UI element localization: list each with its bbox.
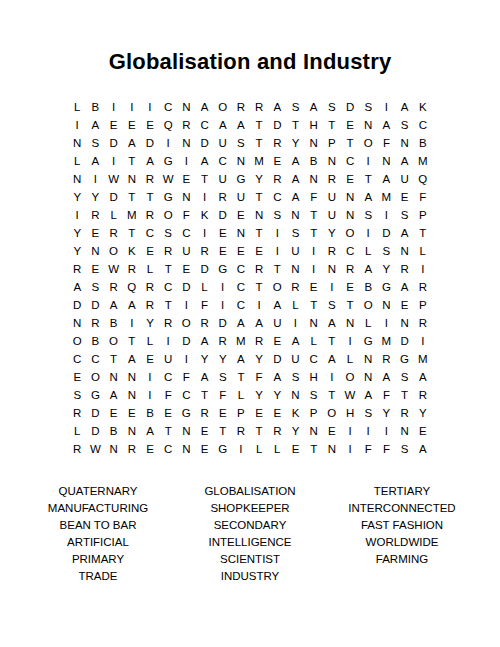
grid-cell-r10c16[interactable]: R — [341, 260, 359, 278]
grid-cell-r19c3[interactable]: B — [105, 422, 123, 440]
grid-cell-r5c5[interactable]: R — [141, 170, 159, 188]
grid-cell-r3c14[interactable]: N — [305, 134, 323, 152]
grid-cell-r2c17[interactable]: N — [359, 116, 377, 134]
grid-cell-r13c19[interactable]: N — [396, 314, 414, 332]
grid-cell-r8c5[interactable]: C — [141, 224, 159, 242]
grid-cell-r4c1[interactable]: L — [68, 152, 86, 170]
grid-cell-r16c7[interactable]: F — [177, 368, 195, 386]
grid-cell-r17c4[interactable]: N — [123, 386, 141, 404]
grid-cell-r13c9[interactable]: D — [214, 314, 232, 332]
grid-cell-r11c14[interactable]: E — [305, 278, 323, 296]
grid-cell-r8c15[interactable]: Y — [323, 224, 341, 242]
grid-cell-r5c14[interactable]: N — [305, 170, 323, 188]
grid-cell-r3c16[interactable]: T — [341, 134, 359, 152]
grid-cell-r17c17[interactable]: A — [359, 386, 377, 404]
grid-cell-r11c11[interactable]: T — [250, 278, 268, 296]
grid-cell-r7c2[interactable]: R — [86, 206, 104, 224]
grid-cell-r4c20[interactable]: M — [414, 152, 432, 170]
grid-cell-r13c10[interactable]: A — [232, 314, 250, 332]
grid-cell-r14c12[interactable]: E — [268, 332, 286, 350]
grid-cell-r18c12[interactable]: E — [268, 404, 286, 422]
grid-cell-r2c12[interactable]: D — [268, 116, 286, 134]
grid-cell-r12c12[interactable]: A — [268, 296, 286, 314]
grid-cell-r2c14[interactable]: H — [305, 116, 323, 134]
grid-cell-r11c10[interactable]: C — [232, 278, 250, 296]
grid-cell-r8c10[interactable]: N — [232, 224, 250, 242]
grid-cell-r10c1[interactable]: R — [68, 260, 86, 278]
grid-cell-r9c10[interactable]: E — [232, 242, 250, 260]
grid-cell-r3c13[interactable]: Y — [286, 134, 304, 152]
grid-cell-r1c19[interactable]: A — [396, 98, 414, 116]
grid-cell-r12c19[interactable]: E — [396, 296, 414, 314]
grid-cell-r9c3[interactable]: O — [105, 242, 123, 260]
grid-cell-r14c14[interactable]: L — [305, 332, 323, 350]
grid-cell-r3c10[interactable]: S — [232, 134, 250, 152]
grid-cell-r8c3[interactable]: R — [105, 224, 123, 242]
grid-cell-r9c11[interactable]: E — [250, 242, 268, 260]
grid-cell-r2c8[interactable]: C — [195, 116, 213, 134]
grid-cell-r15c14[interactable]: C — [305, 350, 323, 368]
grid-cell-r10c17[interactable]: A — [359, 260, 377, 278]
grid-cell-r9c13[interactable]: U — [286, 242, 304, 260]
grid-cell-r15c13[interactable]: U — [286, 350, 304, 368]
grid-cell-r6c17[interactable]: A — [359, 188, 377, 206]
grid-cell-r3c19[interactable]: N — [396, 134, 414, 152]
grid-cell-r20c15[interactable]: N — [323, 440, 341, 458]
grid-cell-r4c2[interactable]: A — [86, 152, 104, 170]
grid-cell-r14c19[interactable]: D — [396, 332, 414, 350]
grid-cell-r16c5[interactable]: I — [141, 368, 159, 386]
grid-cell-r4c8[interactable]: A — [195, 152, 213, 170]
grid-cell-r9c16[interactable]: C — [341, 242, 359, 260]
grid-cell-r7c8[interactable]: K — [195, 206, 213, 224]
grid-cell-r16c8[interactable]: A — [195, 368, 213, 386]
grid-cell-r19c9[interactable]: T — [214, 422, 232, 440]
grid-cell-r1c9[interactable]: O — [214, 98, 232, 116]
grid-cell-r13c5[interactable]: Y — [141, 314, 159, 332]
grid-cell-r9c17[interactable]: L — [359, 242, 377, 260]
grid-cell-r1c11[interactable]: R — [250, 98, 268, 116]
grid-cell-r18c15[interactable]: O — [323, 404, 341, 422]
grid-cell-r3c15[interactable]: P — [323, 134, 341, 152]
grid-cell-r18c11[interactable]: E — [250, 404, 268, 422]
grid-cell-r5c20[interactable]: Q — [414, 170, 432, 188]
grid-cell-r5c10[interactable]: G — [232, 170, 250, 188]
grid-cell-r2c3[interactable]: E — [105, 116, 123, 134]
grid-cell-r12c18[interactable]: N — [377, 296, 395, 314]
grid-cell-r12c2[interactable]: D — [86, 296, 104, 314]
grid-cell-r6c2[interactable]: Y — [86, 188, 104, 206]
grid-cell-r10c2[interactable]: E — [86, 260, 104, 278]
grid-cell-r14c7[interactable]: D — [177, 332, 195, 350]
grid-cell-r19c15[interactable]: E — [323, 422, 341, 440]
grid-cell-r18c14[interactable]: P — [305, 404, 323, 422]
grid-cell-r11c4[interactable]: Q — [123, 278, 141, 296]
grid-cell-r9c7[interactable]: U — [177, 242, 195, 260]
grid-cell-r13c7[interactable]: O — [177, 314, 195, 332]
grid-cell-r18c4[interactable]: E — [123, 404, 141, 422]
grid-cell-r7c19[interactable]: S — [396, 206, 414, 224]
grid-cell-r20c13[interactable]: E — [286, 440, 304, 458]
grid-cell-r16c14[interactable]: H — [305, 368, 323, 386]
grid-cell-r7c14[interactable]: T — [305, 206, 323, 224]
grid-cell-r5c19[interactable]: U — [396, 170, 414, 188]
grid-cell-r12c9[interactable]: I — [214, 296, 232, 314]
grid-cell-r18c3[interactable]: E — [105, 404, 123, 422]
grid-cell-r18c10[interactable]: P — [232, 404, 250, 422]
grid-cell-r20c11[interactable]: L — [250, 440, 268, 458]
grid-cell-r17c15[interactable]: T — [323, 386, 341, 404]
grid-cell-r4c12[interactable]: E — [268, 152, 286, 170]
grid-cell-r20c3[interactable]: N — [105, 440, 123, 458]
grid-cell-r15c9[interactable]: Y — [214, 350, 232, 368]
grid-cell-r2c11[interactable]: T — [250, 116, 268, 134]
grid-cell-r5c11[interactable]: Y — [250, 170, 268, 188]
grid-cell-r1c8[interactable]: A — [195, 98, 213, 116]
grid-cell-r16c19[interactable]: S — [396, 368, 414, 386]
grid-cell-r19c13[interactable]: Y — [286, 422, 304, 440]
grid-cell-r16c17[interactable]: N — [359, 368, 377, 386]
grid-cell-r15c11[interactable]: Y — [250, 350, 268, 368]
grid-cell-r19c16[interactable]: I — [341, 422, 359, 440]
grid-cell-r20c16[interactable]: I — [341, 440, 359, 458]
grid-cell-r17c8[interactable]: T — [195, 386, 213, 404]
grid-cell-r5c1[interactable]: N — [68, 170, 86, 188]
grid-cell-r1c12[interactable]: A — [268, 98, 286, 116]
grid-cell-r11c3[interactable]: R — [105, 278, 123, 296]
grid-cell-r7c4[interactable]: M — [123, 206, 141, 224]
grid-cell-r10c13[interactable]: N — [286, 260, 304, 278]
grid-cell-r19c8[interactable]: E — [195, 422, 213, 440]
grid-cell-r4c7[interactable]: I — [177, 152, 195, 170]
grid-cell-r10c10[interactable]: C — [232, 260, 250, 278]
grid-cell-r9c2[interactable]: N — [86, 242, 104, 260]
grid-cell-r17c20[interactable]: R — [414, 386, 432, 404]
grid-cell-r5c6[interactable]: W — [159, 170, 177, 188]
grid-cell-r11c5[interactable]: R — [141, 278, 159, 296]
grid-cell-r6c11[interactable]: T — [250, 188, 268, 206]
grid-cell-r14c6[interactable]: I — [159, 332, 177, 350]
grid-cell-r12c13[interactable]: L — [286, 296, 304, 314]
grid-cell-r4c19[interactable]: A — [396, 152, 414, 170]
grid-cell-r16c18[interactable]: A — [377, 368, 395, 386]
grid-cell-r19c18[interactable]: I — [377, 422, 395, 440]
grid-cell-r13c14[interactable]: N — [305, 314, 323, 332]
grid-cell-r3c9[interactable]: U — [214, 134, 232, 152]
grid-cell-r6c16[interactable]: N — [341, 188, 359, 206]
grid-cell-r2c16[interactable]: E — [341, 116, 359, 134]
grid-cell-r11c16[interactable]: E — [341, 278, 359, 296]
grid-cell-r2c4[interactable]: E — [123, 116, 141, 134]
grid-cell-r14c10[interactable]: M — [232, 332, 250, 350]
grid-cell-r17c14[interactable]: S — [305, 386, 323, 404]
grid-cell-r8c9[interactable]: E — [214, 224, 232, 242]
grid-cell-r3c17[interactable]: O — [359, 134, 377, 152]
grid-cell-r17c5[interactable]: I — [141, 386, 159, 404]
grid-cell-r10c3[interactable]: W — [105, 260, 123, 278]
grid-cell-r7c12[interactable]: S — [268, 206, 286, 224]
grid-cell-r9c14[interactable]: I — [305, 242, 323, 260]
grid-cell-r10c11[interactable]: R — [250, 260, 268, 278]
grid-cell-r20c18[interactable]: F — [377, 440, 395, 458]
grid-cell-r12c14[interactable]: T — [305, 296, 323, 314]
grid-cell-r18c1[interactable]: R — [68, 404, 86, 422]
grid-cell-r3c20[interactable]: B — [414, 134, 432, 152]
grid-cell-r3c12[interactable]: R — [268, 134, 286, 152]
grid-cell-r10c15[interactable]: N — [323, 260, 341, 278]
grid-cell-r5c18[interactable]: A — [377, 170, 395, 188]
grid-cell-r7c16[interactable]: N — [341, 206, 359, 224]
grid-cell-r13c1[interactable]: N — [68, 314, 86, 332]
grid-cell-r2c20[interactable]: C — [414, 116, 432, 134]
grid-cell-r14c4[interactable]: T — [123, 332, 141, 350]
grid-cell-r18c7[interactable]: G — [177, 404, 195, 422]
grid-cell-r11c18[interactable]: G — [377, 278, 395, 296]
grid-cell-r6c12[interactable]: C — [268, 188, 286, 206]
grid-cell-r16c12[interactable]: A — [268, 368, 286, 386]
grid-cell-r16c1[interactable]: E — [68, 368, 86, 386]
grid-cell-r4c17[interactable]: I — [359, 152, 377, 170]
grid-cell-r7c15[interactable]: U — [323, 206, 341, 224]
grid-cell-r1c16[interactable]: D — [341, 98, 359, 116]
grid-cell-r13c13[interactable]: I — [286, 314, 304, 332]
grid-cell-r10c5[interactable]: L — [141, 260, 159, 278]
grid-cell-r19c17[interactable]: I — [359, 422, 377, 440]
grid-cell-r2c10[interactable]: A — [232, 116, 250, 134]
grid-cell-r7c5[interactable]: R — [141, 206, 159, 224]
grid-cell-r4c18[interactable]: N — [377, 152, 395, 170]
grid-cell-r15c18[interactable]: R — [377, 350, 395, 368]
grid-cell-r16c6[interactable]: C — [159, 368, 177, 386]
grid-cell-r14c15[interactable]: T — [323, 332, 341, 350]
grid-cell-r19c1[interactable]: L — [68, 422, 86, 440]
grid-cell-r6c15[interactable]: U — [323, 188, 341, 206]
grid-cell-r11c20[interactable]: R — [414, 278, 432, 296]
grid-cell-r19c20[interactable]: E — [414, 422, 432, 440]
grid-cell-r5c2[interactable]: I — [86, 170, 104, 188]
grid-cell-r12c16[interactable]: T — [341, 296, 359, 314]
grid-cell-r9c9[interactable]: E — [214, 242, 232, 260]
grid-cell-r4c14[interactable]: B — [305, 152, 323, 170]
grid-cell-r12c7[interactable]: I — [177, 296, 195, 314]
grid-cell-r3c11[interactable]: T — [250, 134, 268, 152]
grid-cell-r13c3[interactable]: B — [105, 314, 123, 332]
grid-cell-r6c14[interactable]: F — [305, 188, 323, 206]
grid-cell-r18c18[interactable]: Y — [377, 404, 395, 422]
grid-cell-r18c17[interactable]: S — [359, 404, 377, 422]
grid-cell-r12c8[interactable]: F — [195, 296, 213, 314]
grid-cell-r17c6[interactable]: F — [159, 386, 177, 404]
grid-cell-r17c11[interactable]: Y — [250, 386, 268, 404]
grid-cell-r20c1[interactable]: R — [68, 440, 86, 458]
grid-cell-r4c13[interactable]: A — [286, 152, 304, 170]
grid-cell-r3c4[interactable]: A — [123, 134, 141, 152]
grid-cell-r13c12[interactable]: U — [268, 314, 286, 332]
grid-cell-r18c6[interactable]: E — [159, 404, 177, 422]
grid-cell-r2c15[interactable]: T — [323, 116, 341, 134]
grid-cell-r5c12[interactable]: R — [268, 170, 286, 188]
grid-cell-r6c7[interactable]: N — [177, 188, 195, 206]
grid-cell-r3c5[interactable]: D — [141, 134, 159, 152]
grid-cell-r18c2[interactable]: D — [86, 404, 104, 422]
grid-cell-r10c18[interactable]: Y — [377, 260, 395, 278]
grid-cell-r19c11[interactable]: T — [250, 422, 268, 440]
grid-cell-r15c16[interactable]: L — [341, 350, 359, 368]
grid-cell-r15c10[interactable]: A — [232, 350, 250, 368]
grid-cell-r8c7[interactable]: C — [177, 224, 195, 242]
grid-cell-r8c18[interactable]: D — [377, 224, 395, 242]
grid-cell-r3c1[interactable]: N — [68, 134, 86, 152]
grid-cell-r8c1[interactable]: Y — [68, 224, 86, 242]
grid-cell-r1c13[interactable]: S — [286, 98, 304, 116]
grid-cell-r20c20[interactable]: A — [414, 440, 432, 458]
grid-cell-r6c8[interactable]: I — [195, 188, 213, 206]
grid-cell-r11c7[interactable]: D — [177, 278, 195, 296]
grid-cell-r5c4[interactable]: N — [123, 170, 141, 188]
grid-cell-r16c3[interactable]: N — [105, 368, 123, 386]
grid-cell-r12c20[interactable]: P — [414, 296, 432, 314]
grid-cell-r14c3[interactable]: O — [105, 332, 123, 350]
grid-cell-r18c16[interactable]: H — [341, 404, 359, 422]
grid-cell-r2c2[interactable]: A — [86, 116, 104, 134]
grid-cell-r17c9[interactable]: F — [214, 386, 232, 404]
grid-cell-r16c16[interactable]: O — [341, 368, 359, 386]
grid-cell-r4c16[interactable]: C — [341, 152, 359, 170]
grid-cell-r19c6[interactable]: T — [159, 422, 177, 440]
grid-cell-r8c6[interactable]: S — [159, 224, 177, 242]
grid-cell-r3c3[interactable]: D — [105, 134, 123, 152]
grid-cell-r20c14[interactable]: T — [305, 440, 323, 458]
grid-cell-r19c10[interactable]: R — [232, 422, 250, 440]
grid-cell-r11c8[interactable]: L — [195, 278, 213, 296]
grid-cell-r1c10[interactable]: R — [232, 98, 250, 116]
grid-cell-r17c10[interactable]: L — [232, 386, 250, 404]
grid-cell-r15c7[interactable]: I — [177, 350, 195, 368]
grid-cell-r17c12[interactable]: Y — [268, 386, 286, 404]
grid-cell-r7c17[interactable]: S — [359, 206, 377, 224]
grid-cell-r10c7[interactable]: E — [177, 260, 195, 278]
grid-cell-r16c20[interactable]: A — [414, 368, 432, 386]
grid-cell-r17c19[interactable]: T — [396, 386, 414, 404]
grid-cell-r5c3[interactable]: W — [105, 170, 123, 188]
grid-cell-r18c19[interactable]: R — [396, 404, 414, 422]
grid-cell-r20c4[interactable]: R — [123, 440, 141, 458]
grid-cell-r8c4[interactable]: T — [123, 224, 141, 242]
grid-cell-r1c15[interactable]: S — [323, 98, 341, 116]
grid-cell-r19c12[interactable]: R — [268, 422, 286, 440]
grid-cell-r15c15[interactable]: A — [323, 350, 341, 368]
grid-cell-r3c8[interactable]: D — [195, 134, 213, 152]
grid-cell-r14c16[interactable]: I — [341, 332, 359, 350]
grid-cell-r11c9[interactable]: I — [214, 278, 232, 296]
grid-cell-r15c17[interactable]: N — [359, 350, 377, 368]
grid-cell-r14c5[interactable]: L — [141, 332, 159, 350]
grid-cell-r4c4[interactable]: T — [123, 152, 141, 170]
grid-cell-r11c17[interactable]: B — [359, 278, 377, 296]
grid-cell-r16c13[interactable]: S — [286, 368, 304, 386]
grid-cell-r17c3[interactable]: A — [105, 386, 123, 404]
grid-cell-r17c16[interactable]: W — [341, 386, 359, 404]
grid-cell-r13c8[interactable]: R — [195, 314, 213, 332]
grid-cell-r1c1[interactable]: L — [68, 98, 86, 116]
grid-cell-r12c3[interactable]: A — [105, 296, 123, 314]
grid-cell-r6c4[interactable]: T — [123, 188, 141, 206]
grid-cell-r7c1[interactable]: I — [68, 206, 86, 224]
grid-cell-r15c12[interactable]: D — [268, 350, 286, 368]
grid-cell-r9c20[interactable]: L — [414, 242, 432, 260]
grid-cell-r8c14[interactable]: T — [305, 224, 323, 242]
grid-cell-r15c6[interactable]: U — [159, 350, 177, 368]
grid-cell-r8c2[interactable]: E — [86, 224, 104, 242]
grid-cell-r11c15[interactable]: I — [323, 278, 341, 296]
grid-cell-r10c6[interactable]: T — [159, 260, 177, 278]
grid-cell-r12c17[interactable]: O — [359, 296, 377, 314]
grid-cell-r6c13[interactable]: A — [286, 188, 304, 206]
grid-cell-r5c8[interactable]: T — [195, 170, 213, 188]
grid-cell-r11c19[interactable]: A — [396, 278, 414, 296]
grid-cell-r17c7[interactable]: C — [177, 386, 195, 404]
grid-cell-r12c11[interactable]: I — [250, 296, 268, 314]
grid-cell-r19c4[interactable]: N — [123, 422, 141, 440]
grid-cell-r10c9[interactable]: G — [214, 260, 232, 278]
grid-cell-r6c1[interactable]: Y — [68, 188, 86, 206]
grid-cell-r11c1[interactable]: A — [68, 278, 86, 296]
grid-cell-r20c6[interactable]: C — [159, 440, 177, 458]
grid-cell-r16c4[interactable]: N — [123, 368, 141, 386]
grid-cell-r1c4[interactable]: I — [123, 98, 141, 116]
grid-cell-r8c16[interactable]: O — [341, 224, 359, 242]
grid-cell-r3c18[interactable]: F — [377, 134, 395, 152]
grid-cell-r16c11[interactable]: F — [250, 368, 268, 386]
grid-cell-r12c1[interactable]: D — [68, 296, 86, 314]
grid-cell-r19c5[interactable]: A — [141, 422, 159, 440]
grid-cell-r14c11[interactable]: R — [250, 332, 268, 350]
grid-cell-r7c3[interactable]: L — [105, 206, 123, 224]
grid-cell-r16c10[interactable]: T — [232, 368, 250, 386]
grid-cell-r7c9[interactable]: D — [214, 206, 232, 224]
grid-cell-r15c19[interactable]: G — [396, 350, 414, 368]
grid-cell-r13c15[interactable]: A — [323, 314, 341, 332]
grid-cell-r1c18[interactable]: I — [377, 98, 395, 116]
grid-cell-r9c15[interactable]: R — [323, 242, 341, 260]
grid-cell-r13c18[interactable]: I — [377, 314, 395, 332]
grid-cell-r9c1[interactable]: Y — [68, 242, 86, 260]
grid-cell-r9c8[interactable]: R — [195, 242, 213, 260]
grid-cell-r9c5[interactable]: E — [141, 242, 159, 260]
grid-cell-r13c2[interactable]: R — [86, 314, 104, 332]
grid-cell-r15c5[interactable]: E — [141, 350, 159, 368]
grid-cell-r11c13[interactable]: R — [286, 278, 304, 296]
grid-cell-r10c12[interactable]: T — [268, 260, 286, 278]
grid-cell-r14c18[interactable]: M — [377, 332, 395, 350]
grid-cell-r8c11[interactable]: T — [250, 224, 268, 242]
grid-cell-r16c2[interactable]: O — [86, 368, 104, 386]
grid-cell-r7c11[interactable]: N — [250, 206, 268, 224]
grid-cell-r2c9[interactable]: A — [214, 116, 232, 134]
grid-cell-r18c5[interactable]: B — [141, 404, 159, 422]
grid-cell-r1c7[interactable]: N — [177, 98, 195, 116]
grid-cell-r10c4[interactable]: R — [123, 260, 141, 278]
grid-cell-r4c6[interactable]: G — [159, 152, 177, 170]
grid-cell-r8c17[interactable]: I — [359, 224, 377, 242]
grid-cell-r9c12[interactable]: I — [268, 242, 286, 260]
grid-cell-r6c3[interactable]: D — [105, 188, 123, 206]
grid-cell-r15c4[interactable]: A — [123, 350, 141, 368]
grid-cell-r17c2[interactable]: G — [86, 386, 104, 404]
grid-cell-r20c2[interactable]: W — [86, 440, 104, 458]
grid-cell-r7c6[interactable]: O — [159, 206, 177, 224]
grid-cell-r4c11[interactable]: M — [250, 152, 268, 170]
